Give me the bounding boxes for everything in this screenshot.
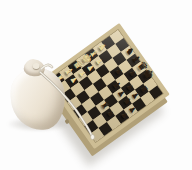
- product-photo-scene: ♞♝♛♚♟♜♞♟♟♟♝♟♝♟♞♟♚♟♟♛♟♜♟♝♟♜: [0, 0, 192, 170]
